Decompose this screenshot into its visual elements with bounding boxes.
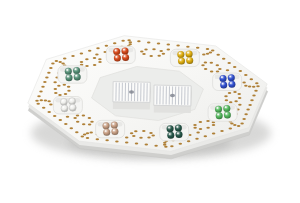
track-hole	[98, 61, 102, 63]
marble-green[interactable]	[216, 112, 223, 119]
track-hole	[93, 64, 97, 66]
track-hole	[225, 99, 229, 101]
track-hole	[64, 123, 68, 125]
marble-highlight	[70, 99, 72, 101]
track-hole	[230, 122, 234, 124]
track-hole	[67, 86, 71, 88]
track-hole	[206, 120, 210, 122]
track-hole	[86, 132, 90, 134]
marble-highlight	[63, 106, 65, 108]
tray-inner-shadow	[172, 51, 197, 56]
marble-highlight	[168, 127, 170, 129]
track-hole	[226, 69, 230, 71]
marble-highlight	[179, 52, 181, 54]
marble-white[interactable]	[61, 105, 68, 112]
track-hole	[121, 40, 125, 42]
track-hole	[239, 70, 243, 72]
tray-inner-shadow	[98, 122, 123, 127]
track-hole	[237, 125, 241, 127]
track-hole	[195, 138, 199, 140]
track-hole	[254, 90, 258, 92]
track-hole	[149, 132, 153, 134]
track-hole	[125, 142, 129, 144]
track-hole	[80, 52, 84, 54]
track-hole	[201, 64, 205, 66]
deck-front-face	[113, 102, 150, 110]
track-hole	[115, 140, 119, 142]
marble-yellow[interactable]	[177, 51, 184, 58]
track-hole	[186, 46, 190, 48]
track-hole	[248, 104, 252, 106]
track-hole	[49, 67, 53, 69]
track-hole	[96, 138, 100, 140]
track-hole	[196, 132, 200, 134]
track-hole	[129, 41, 133, 43]
marble-red[interactable]	[122, 47, 129, 54]
track-hole	[59, 119, 63, 121]
marble-highlight	[115, 56, 117, 58]
track-hole	[35, 100, 39, 102]
track-hole	[154, 145, 158, 147]
marble-highlight	[104, 124, 106, 126]
track-hole	[255, 82, 259, 84]
track-hole	[64, 93, 68, 95]
marble-white[interactable]	[60, 98, 67, 105]
marble-white[interactable]	[69, 98, 76, 105]
track-hole	[202, 54, 206, 56]
marble-tan[interactable]	[103, 122, 110, 129]
track-hole	[234, 100, 238, 102]
track-hole	[82, 115, 86, 117]
track-hole	[58, 94, 62, 96]
track-hole	[250, 99, 254, 101]
track-hole	[222, 58, 226, 60]
track-hole	[242, 82, 246, 84]
marble-highlight	[176, 126, 178, 128]
card-deck-2[interactable]	[154, 85, 192, 113]
track-hole	[164, 146, 168, 148]
marble-highlight	[177, 132, 179, 134]
marble-highlight	[217, 114, 219, 116]
track-hole	[216, 64, 220, 66]
marble-red[interactable]	[122, 54, 129, 61]
track-hole	[252, 95, 256, 97]
track-hole	[53, 115, 57, 117]
track-hole	[125, 137, 129, 139]
marble-tan[interactable]	[111, 122, 118, 129]
track-hole	[89, 132, 93, 134]
track-hole	[98, 58, 102, 60]
marble-green[interactable]	[223, 105, 230, 112]
marble-tan[interactable]	[111, 128, 118, 135]
track-hole	[206, 53, 210, 55]
track-hole	[204, 68, 208, 70]
marble-speckled-teal[interactable]	[66, 74, 73, 81]
track-hole	[43, 81, 47, 83]
track-hole	[216, 71, 220, 73]
track-hole	[248, 86, 252, 88]
track-hole	[41, 86, 45, 88]
track-hole	[85, 65, 89, 67]
marble-highlight	[112, 123, 114, 125]
track-hole	[204, 62, 208, 64]
marble-highlight	[225, 106, 227, 108]
track-hole	[93, 57, 97, 59]
track-hole	[206, 127, 210, 129]
track-hole	[157, 55, 161, 57]
card-deck-1[interactable]	[113, 82, 151, 110]
track-hole	[227, 62, 231, 64]
marble-dark-green[interactable]	[167, 125, 174, 132]
player-area-white	[53, 97, 82, 114]
marble-highlight	[229, 76, 231, 78]
track-hole	[75, 131, 79, 133]
track-hole	[233, 66, 237, 68]
deck-front-face	[154, 105, 191, 113]
track-hole	[36, 103, 40, 105]
track-hole	[85, 58, 89, 60]
marble-red[interactable]	[113, 48, 120, 55]
track-hole	[142, 130, 146, 132]
track-hole	[163, 142, 167, 144]
card-back-emblem	[129, 90, 134, 93]
track-hole	[246, 109, 250, 111]
track-hole	[212, 124, 216, 126]
track-hole	[157, 43, 161, 45]
tray-inner-shadow	[55, 98, 80, 103]
marble-speckled-teal[interactable]	[73, 67, 80, 74]
track-hole	[63, 58, 67, 60]
marble-highlight	[75, 75, 77, 77]
marble-blue[interactable]	[228, 81, 235, 88]
tray-inner-shadow	[215, 75, 240, 80]
track-hole	[95, 53, 99, 55]
track-hole	[216, 54, 220, 56]
marble-highlight	[221, 76, 223, 78]
track-hole	[54, 88, 58, 90]
track-hole	[90, 121, 94, 123]
track-hole	[256, 85, 260, 87]
player-area-blue	[213, 73, 242, 90]
track-hole	[86, 137, 90, 139]
track-hole	[252, 86, 256, 88]
player-area-dark-green	[160, 123, 189, 140]
track-hole	[176, 45, 180, 47]
player-area-speckled-teal	[58, 66, 87, 83]
track-hole	[82, 123, 86, 125]
track-hole	[105, 45, 109, 47]
game-board	[0, 0, 300, 203]
track-hole	[244, 74, 248, 76]
marble-highlight	[188, 58, 190, 60]
marble-dark-green[interactable]	[167, 132, 174, 139]
track-hole	[47, 72, 51, 74]
track-hole	[229, 128, 233, 130]
marble-highlight	[187, 52, 189, 54]
track-hole	[244, 85, 248, 87]
track-hole	[211, 50, 215, 52]
track-hole	[240, 123, 244, 125]
track-hole	[142, 53, 146, 55]
track-hole	[66, 116, 70, 118]
track-hole	[199, 128, 203, 130]
marble-red[interactable]	[114, 55, 121, 62]
player-area-green	[208, 104, 237, 121]
marble-highlight	[105, 130, 107, 132]
track-hole	[132, 135, 136, 137]
track-hole	[210, 71, 214, 73]
track-hole	[218, 68, 222, 70]
track-hole	[196, 47, 200, 49]
marble-highlight	[169, 133, 171, 135]
track-hole	[81, 135, 85, 137]
track-hole	[151, 135, 155, 137]
marble-tan[interactable]	[103, 129, 110, 136]
marble-blue[interactable]	[220, 75, 227, 82]
track-hole	[39, 91, 43, 93]
marble-highlight	[66, 69, 68, 71]
marble-highlight	[67, 76, 69, 78]
track-hole	[83, 134, 87, 136]
marble-yellow[interactable]	[178, 58, 185, 65]
marble-white[interactable]	[69, 104, 76, 111]
track-hole	[47, 100, 51, 102]
board-photo	[0, 0, 300, 203]
marble-blue[interactable]	[228, 74, 235, 81]
marble-highlight	[225, 113, 227, 115]
marble-dark-green[interactable]	[175, 125, 182, 132]
track-hole	[105, 139, 109, 141]
marble-highlight	[124, 55, 126, 57]
track-hole	[152, 48, 156, 50]
track-hole	[144, 48, 148, 50]
track-hole	[204, 135, 208, 137]
marble-highlight	[123, 49, 125, 51]
track-hole	[163, 144, 167, 146]
track-hole	[70, 127, 74, 129]
track-hole	[61, 63, 65, 65]
marble-yellow[interactable]	[186, 57, 193, 64]
track-hole	[139, 137, 143, 139]
track-hole	[212, 133, 216, 135]
marble-highlight	[113, 129, 115, 131]
track-hole	[250, 78, 254, 80]
track-hole	[58, 61, 62, 63]
marble-highlight	[230, 82, 232, 84]
track-hole	[193, 124, 197, 126]
track-hole	[51, 62, 55, 64]
track-hole	[113, 42, 117, 44]
marble-highlight	[222, 83, 224, 85]
track-hole	[147, 137, 151, 139]
track-hole	[145, 144, 149, 146]
track-hole	[159, 50, 163, 52]
track-hole	[37, 95, 41, 97]
track-hole	[238, 104, 242, 106]
track-hole	[134, 130, 138, 132]
tray-inner-shadow	[108, 48, 133, 53]
player-area-yellow	[170, 49, 199, 66]
marble-highlight	[217, 107, 219, 109]
track-hole	[67, 90, 71, 92]
track-hole	[242, 118, 246, 120]
track-hole	[193, 127, 197, 129]
track-hole	[42, 107, 46, 109]
track-hole	[209, 52, 213, 54]
marble-green[interactable]	[215, 106, 222, 113]
marble-highlight	[75, 68, 77, 70]
track-hole	[55, 60, 59, 62]
track-hole	[130, 132, 134, 134]
tray-inner-shadow	[210, 105, 235, 110]
track-hole	[57, 85, 61, 87]
track-hole	[206, 48, 210, 50]
track-hole	[135, 143, 139, 145]
track-hole	[40, 99, 44, 101]
track-hole	[170, 145, 174, 147]
track-hole	[80, 61, 84, 63]
player-area-red	[106, 46, 135, 63]
track-hole	[88, 123, 92, 125]
marble-green[interactable]	[224, 112, 231, 119]
marble-yellow[interactable]	[186, 50, 193, 57]
track-hole	[220, 130, 224, 132]
track-hole	[140, 50, 144, 52]
card-back-emblem	[170, 94, 175, 97]
track-hole	[71, 55, 75, 57]
track-hole	[224, 95, 228, 97]
track-hole	[73, 117, 77, 119]
tray-inner-shadow	[60, 67, 85, 72]
track-hole	[162, 53, 166, 55]
track-hole	[128, 43, 132, 45]
marble-highlight	[180, 59, 182, 61]
track-hole	[167, 44, 171, 46]
track-hole	[229, 101, 233, 103]
track-hole	[149, 55, 153, 57]
marble-dark-green[interactable]	[176, 131, 183, 138]
tray-inner-shadow	[162, 125, 187, 129]
track-hole	[53, 81, 57, 83]
marble-highlight	[71, 106, 73, 108]
track-hole	[167, 48, 171, 50]
track-hole	[238, 97, 242, 99]
marble-speckled-teal[interactable]	[65, 68, 72, 75]
player-area-tan	[96, 120, 125, 137]
track-hole	[76, 114, 80, 116]
track-hole	[88, 117, 92, 119]
track-hole	[54, 92, 58, 94]
track-hole	[96, 47, 100, 49]
track-hole	[47, 111, 51, 113]
track-hole	[49, 104, 53, 106]
track-hole	[210, 62, 214, 64]
marble-highlight	[62, 100, 64, 102]
track-hole	[228, 92, 232, 94]
track-hole	[76, 121, 80, 123]
marble-highlight	[115, 49, 117, 51]
track-hole	[179, 143, 183, 145]
track-hole	[244, 113, 248, 115]
track-hole	[233, 91, 237, 93]
track-hole	[44, 99, 48, 101]
marble-speckled-teal[interactable]	[74, 74, 81, 81]
track-hole	[63, 84, 67, 86]
track-hole	[237, 93, 241, 95]
marble-blue[interactable]	[220, 82, 227, 89]
track-hole	[199, 121, 203, 123]
track-hole	[187, 140, 191, 142]
track-hole	[127, 39, 131, 41]
track-hole	[147, 41, 151, 43]
track-hole	[233, 124, 237, 126]
track-hole	[88, 50, 92, 52]
track-hole	[45, 76, 49, 78]
track-hole	[137, 40, 141, 42]
